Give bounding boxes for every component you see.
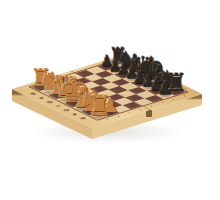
border-pin-dot [150,106,153,107]
border-pin-dot [151,72,154,73]
border-pin-dot [183,95,186,96]
border-pin-dot [143,68,146,69]
border-pin-dot [139,109,142,110]
border-pin-dot [117,116,120,117]
border-pin-dot [128,112,131,113]
chess-set-product-photo: ✾ ❦ ✿ ❧ ✿ ❦ ✾ ♜♟♞♟♝♟♛♟♚♟♝♟♟♜♞♟♟♞♜♟♟♝♟♛♟♚… [0,0,220,200]
border-pin-dot [106,119,109,120]
border-pin-dot [176,84,179,85]
border-pin-dot [134,64,137,65]
border-pin-dot [184,88,187,89]
border-pin-dot [172,99,175,100]
border-pin-dot [161,102,164,103]
border-pin-dot [126,60,129,61]
border-pin-dot [159,76,162,77]
hinge [146,110,152,117]
border-pin-dot [167,80,170,81]
